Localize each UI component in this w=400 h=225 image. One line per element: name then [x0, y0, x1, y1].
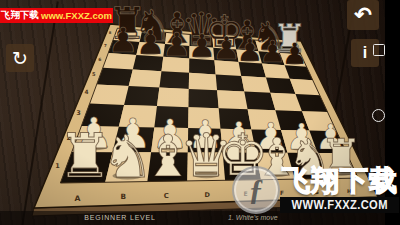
- bottom-watermark: ƒ 飞翔下载 WWW.FXXZ.COM: [228, 164, 400, 216]
- square-b4[interactable]: [124, 86, 159, 106]
- rank-label-4: 4: [85, 89, 89, 95]
- rank-label-5: 5: [92, 71, 96, 77]
- top-watermark-banner: 飞翔下载 www.FXXZ.com: [0, 8, 113, 23]
- square-d4[interactable]: [189, 89, 219, 108]
- file-label-C: C: [164, 192, 169, 200]
- square-b5[interactable]: [129, 70, 162, 88]
- square-c5[interactable]: [159, 71, 189, 89]
- square-e4[interactable]: [217, 90, 248, 109]
- info-icon: i: [363, 44, 367, 62]
- piece-black-pawn-a7[interactable]: ♟: [108, 20, 139, 60]
- square-f4[interactable]: [244, 92, 275, 111]
- square-f5[interactable]: [241, 76, 270, 93]
- rotate-board-button[interactable]: ↻: [6, 44, 34, 72]
- top-watermark-site: 飞翔下载: [1, 9, 39, 22]
- file-label-D: D: [204, 191, 210, 199]
- piece-black-pawn-h7[interactable]: ♟: [282, 37, 308, 71]
- watermark-logo: ƒ: [232, 166, 280, 214]
- watermark-url: WWW.FXXZ.COM: [291, 198, 387, 212]
- top-watermark-url: www.FXXZ.com: [41, 10, 112, 21]
- rotate-icon: ↻: [12, 47, 28, 70]
- file-label-A: A: [75, 194, 81, 203]
- square-e5[interactable]: [216, 74, 245, 91]
- watermark-logo-glyph: ƒ: [249, 174, 264, 204]
- file-label-B: B: [121, 192, 127, 201]
- undo-icon: ↶: [354, 3, 372, 27]
- difficulty-level-label: BEGINNER LEVEL: [60, 214, 180, 221]
- undo-button[interactable]: ↶: [347, 0, 379, 30]
- square-c4[interactable]: [157, 88, 189, 108]
- square-d5[interactable]: [189, 73, 217, 90]
- watermark-site-name: 飞翔下载: [282, 164, 400, 198]
- app-screen: ABCDEFGH87654321♜♞♝♛♚♝♞♜♟♟♟♟♟♟♟♟♟♟♟♟♟♟♟♟…: [0, 0, 400, 225]
- rank-label-6: 6: [98, 57, 101, 62]
- watermark-url-bar: WWW.FXXZ.COM: [280, 197, 399, 213]
- recents-square-icon[interactable]: [373, 44, 385, 56]
- home-circle-icon[interactable]: [372, 109, 385, 122]
